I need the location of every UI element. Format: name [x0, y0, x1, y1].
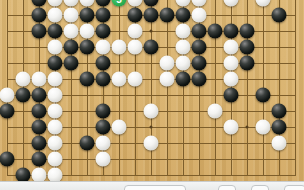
stone-white	[64, 8, 79, 23]
star-point	[150, 30, 153, 33]
stone-white	[224, 40, 239, 55]
toolbar-button-placeholder[interactable]	[218, 185, 236, 190]
stone-black	[208, 24, 223, 39]
stone-black	[192, 56, 207, 71]
stone-black	[96, 8, 111, 23]
stone-black	[192, 72, 207, 87]
stone-white	[96, 40, 111, 55]
stone-white	[80, 0, 95, 7]
stone-white	[144, 136, 159, 151]
star-point	[246, 126, 249, 129]
go-board[interactable]: 5	[0, 0, 304, 181]
stone-black	[192, 24, 207, 39]
stone-white	[48, 120, 63, 135]
stone-black	[80, 8, 95, 23]
stone-white	[224, 120, 239, 135]
stone-white	[48, 104, 63, 119]
stone-black	[80, 136, 95, 151]
stone-black	[272, 104, 287, 119]
stone-white	[224, 72, 239, 87]
stone-white	[112, 120, 127, 135]
stone-black	[192, 40, 207, 55]
stone-black	[80, 40, 95, 55]
stone-white	[128, 0, 143, 7]
stone-black	[128, 8, 143, 23]
stone-black	[176, 72, 191, 87]
stone-white	[144, 104, 159, 119]
stone-white	[256, 0, 271, 7]
stone-black	[32, 152, 47, 167]
stone-white	[64, 24, 79, 39]
stone-white	[112, 72, 127, 87]
star-point	[150, 126, 153, 129]
stone-white	[48, 0, 63, 7]
stone-black	[32, 104, 47, 119]
stone-black	[32, 0, 47, 7]
stone-white	[128, 72, 143, 87]
stone-white	[48, 8, 63, 23]
stone-white	[176, 0, 191, 7]
stone-black	[0, 152, 15, 167]
stone-white	[160, 72, 175, 87]
stone-black	[32, 120, 47, 135]
stone-white	[48, 40, 63, 55]
stone-black	[32, 24, 47, 39]
stone-white	[176, 56, 191, 71]
stone-white	[96, 152, 111, 167]
stone-black	[144, 8, 159, 23]
stone-white	[176, 24, 191, 39]
stone-black	[144, 40, 159, 55]
grid-line-v	[167, 0, 168, 176]
stone-black	[240, 24, 255, 39]
stone-black	[256, 88, 271, 103]
toolbar-button-placeholder[interactable]	[251, 185, 269, 190]
stone-black	[64, 56, 79, 71]
stone-black	[96, 56, 111, 71]
stone-black	[160, 8, 175, 23]
last-move-marker: 5	[112, 0, 127, 7]
stone-black	[48, 56, 63, 71]
stone-white	[176, 40, 191, 55]
go-app-screen: 5	[0, 0, 304, 190]
grid-line-v	[119, 0, 120, 176]
stone-black	[16, 88, 31, 103]
stone-black	[224, 88, 239, 103]
stone-white	[0, 88, 15, 103]
grid-line-v	[295, 0, 296, 176]
stone-white	[48, 72, 63, 87]
stone-black	[80, 72, 95, 87]
stone-white	[32, 72, 47, 87]
stone-white	[80, 24, 95, 39]
stone-black	[272, 8, 287, 23]
stone-black	[96, 0, 111, 7]
stone-white	[96, 136, 111, 151]
stone-white	[208, 104, 223, 119]
stone-black	[64, 40, 79, 55]
stone-black	[96, 104, 111, 119]
stone-black	[48, 24, 63, 39]
stone-black	[240, 40, 255, 55]
stone-white	[224, 0, 239, 7]
stone-white	[128, 40, 143, 55]
stone-black	[176, 8, 191, 23]
stone-white	[192, 8, 207, 23]
stone-black	[96, 24, 111, 39]
toolbar-button-placeholder[interactable]	[124, 185, 186, 190]
toolbar-button-placeholder[interactable]	[284, 185, 304, 190]
stone-black	[224, 24, 239, 39]
stone-black	[272, 120, 287, 135]
stone-white	[16, 72, 31, 87]
stone-white	[64, 0, 79, 7]
stone-black	[96, 72, 111, 87]
stone-white	[128, 24, 143, 39]
stone-white	[256, 120, 271, 135]
stone-white	[160, 56, 175, 71]
stone-black	[32, 136, 47, 151]
stone-black	[96, 120, 111, 135]
stone-white	[48, 88, 63, 103]
stone-white	[224, 56, 239, 71]
stone-white	[48, 136, 63, 151]
stone-white	[192, 0, 207, 7]
stone-black	[32, 8, 47, 23]
bottom-toolbar	[0, 181, 304, 190]
stone-black	[144, 0, 159, 7]
stone-white	[112, 40, 127, 55]
stone-white	[48, 152, 63, 167]
stone-black	[240, 56, 255, 71]
stone-white	[272, 136, 287, 151]
stone-black	[32, 88, 47, 103]
stone-black	[0, 104, 15, 119]
